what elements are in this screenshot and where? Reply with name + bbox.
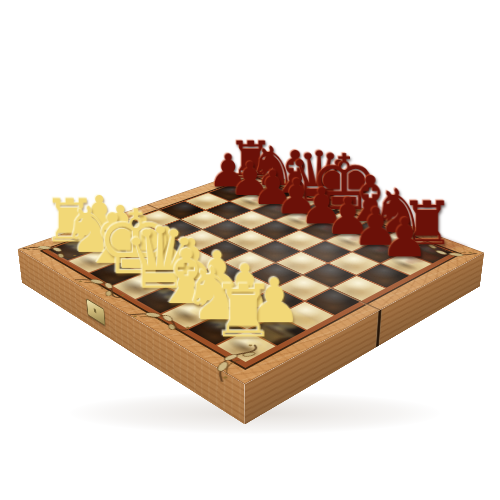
chess-set-scene: ♜♜♞♞♝♝♛♛♚♚♝♝♞♞♜♜♟♟♟♟♟♟♟♟♟♟♟♟♟♟♟♟♟♟♟♟♟♟♟♟… bbox=[0, 0, 500, 500]
latch-screw-icon bbox=[94, 308, 97, 313]
board-top-face: ♜♜♞♞♝♝♛♛♚♚♝♝♞♞♜♜♟♟♟♟♟♟♟♟♟♟♟♟♟♟♟♟♟♟♟♟♟♟♟♟… bbox=[18, 168, 485, 384]
box-halves-seam bbox=[375, 309, 382, 348]
pawn-glyph-icon: ♟ bbox=[381, 211, 429, 265]
chess-board[interactable]: ♜♜♞♞♝♝♛♛♚♚♝♝♞♞♜♜♟♟♟♟♟♟♟♟♟♟♟♟♟♟♟♟♟♟♟♟♟♟♟♟… bbox=[42, 176, 459, 368]
square-h4[interactable] bbox=[306, 289, 360, 315]
rook-glyph-icon: ♜ bbox=[210, 274, 276, 347]
brass-latch bbox=[86, 298, 105, 326]
square-h1[interactable]: ♜♜ bbox=[217, 331, 275, 362]
product-photo-canvas: { "game": "chess", "position": "rnbqkbnr… bbox=[0, 0, 500, 500]
folding-chess-box: ♜♜♞♞♝♝♛♛♚♚♝♝♞♞♜♜♟♟♟♟♟♟♟♟♟♟♟♟♟♟♟♟♟♟♟♟♟♟♟♟… bbox=[18, 168, 485, 384]
